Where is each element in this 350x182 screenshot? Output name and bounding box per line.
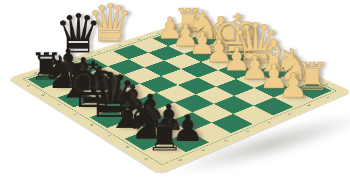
piece-black-queen-extra: ♛ (54, 7, 102, 61)
chess-board: hhggffeeddccbbaa1122334455667788♜♞♝♛♚♝♞♜… (8, 19, 350, 174)
piece-white-queen-extra: ♛ (86, 0, 133, 50)
